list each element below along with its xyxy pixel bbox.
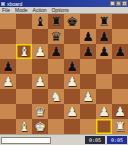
square-b3[interactable] (16, 89, 32, 104)
square-f4[interactable] (80, 74, 96, 89)
menu-action[interactable]: Action (33, 7, 47, 13)
square-g4[interactable] (96, 74, 112, 89)
square-d1[interactable] (48, 119, 64, 134)
chess-piece-wB: ♝ (18, 44, 30, 59)
square-g6[interactable]: ♟ (96, 44, 112, 59)
square-b7[interactable] (16, 29, 32, 44)
square-c5[interactable] (32, 59, 48, 74)
square-d3[interactable]: ♞ (48, 89, 64, 104)
square-h3[interactable] (112, 89, 128, 104)
square-h2[interactable]: ♟ (112, 104, 128, 119)
chess-piece-wP: ♟ (82, 89, 94, 104)
square-e5[interactable]: ♟ (64, 59, 80, 74)
title-bar: xboard _ □ × (0, 0, 128, 7)
square-a4[interactable]: ♟ (0, 74, 16, 89)
chess-piece-wP: ♟ (114, 104, 126, 119)
square-b8[interactable] (16, 14, 32, 29)
square-c6[interactable]: ♟ (32, 44, 48, 59)
white-clock: 0:05 (85, 136, 105, 144)
minimize-icon[interactable]: _ (110, 1, 115, 6)
chess-piece-bP: ♟ (98, 29, 110, 44)
chess-piece-wP: ♟ (98, 104, 110, 119)
chess-piece-wP: ♟ (2, 74, 14, 89)
square-f8[interactable] (80, 14, 96, 29)
square-a6[interactable] (0, 44, 16, 59)
square-h7[interactable] (112, 29, 128, 44)
square-d8[interactable]: ♜ (48, 14, 64, 29)
chess-piece-bP: ♟ (98, 44, 110, 59)
black-clock: 0:05 (107, 136, 127, 144)
maximize-icon[interactable]: □ (116, 1, 121, 6)
close-icon[interactable]: × (122, 1, 127, 6)
menu-file[interactable]: File (2, 7, 10, 13)
square-e3[interactable] (64, 89, 80, 104)
chess-piece-bQ: ♛ (50, 29, 62, 44)
square-a1[interactable] (0, 119, 16, 134)
square-h1[interactable]: ♜ (112, 119, 128, 134)
menu-mode[interactable]: Mode (15, 7, 28, 13)
square-e4[interactable]: ♟ (64, 74, 80, 89)
chess-piece-bP: ♟ (82, 44, 94, 59)
square-c7[interactable] (32, 29, 48, 44)
square-d6[interactable]: ♟ (48, 44, 64, 59)
square-b1[interactable]: ♝ (16, 119, 32, 134)
chess-piece-wK: ♚ (34, 119, 46, 134)
status-bar: 0:05 0:05 (0, 134, 128, 145)
square-c3[interactable] (32, 89, 48, 104)
square-f2[interactable] (80, 104, 96, 119)
square-a2[interactable] (0, 104, 16, 119)
chess-piece-wB: ♝ (18, 119, 30, 134)
square-f3[interactable]: ♟ (80, 89, 96, 104)
square-d7[interactable]: ♛ (48, 29, 64, 44)
square-e6[interactable] (64, 44, 80, 59)
square-g7[interactable]: ♟ (96, 29, 112, 44)
square-d4[interactable] (48, 74, 64, 89)
square-f5[interactable] (80, 59, 96, 74)
chess-piece-wP: ♟ (66, 74, 78, 89)
chess-piece-wP: ♟ (66, 104, 78, 119)
square-c1[interactable]: ♚ (32, 119, 48, 134)
square-c2[interactable]: ♛ (32, 104, 48, 119)
square-f6[interactable]: ♟ (80, 44, 96, 59)
square-b2[interactable] (16, 104, 32, 119)
chess-piece-wQ: ♛ (34, 104, 46, 119)
chess-piece-wR: ♜ (114, 119, 126, 134)
chess-piece-bR: ♜ (98, 14, 110, 29)
chess-piece-bB: ♝ (34, 14, 46, 29)
chess-piece-bP: ♟ (50, 44, 62, 59)
move-input[interactable] (1, 137, 51, 144)
chess-piece-bP: ♟ (114, 44, 126, 59)
square-g2[interactable]: ♟ (96, 104, 112, 119)
square-a3[interactable] (0, 89, 16, 104)
square-c4[interactable]: ♟ (32, 74, 48, 89)
square-g1[interactable] (96, 119, 112, 134)
square-f7[interactable]: ♟ (80, 29, 96, 44)
chess-piece-wP: ♟ (34, 44, 46, 59)
square-h4[interactable] (112, 74, 128, 89)
square-g5[interactable] (96, 59, 112, 74)
chess-piece-bP: ♟ (2, 59, 14, 74)
chess-piece-bP: ♟ (82, 29, 94, 44)
menu-bar: File Mode Action Options (0, 7, 128, 14)
square-f1[interactable] (80, 119, 96, 134)
window-buttons: _ □ × (110, 1, 127, 6)
chess-piece-wN: ♞ (50, 89, 62, 104)
square-d5[interactable] (48, 59, 64, 74)
chess-piece-bP: ♟ (66, 59, 78, 74)
square-e2[interactable]: ♟ (64, 104, 80, 119)
square-a7[interactable] (0, 29, 16, 44)
square-a5[interactable]: ♟ (0, 59, 16, 74)
square-b4[interactable] (16, 74, 32, 89)
square-b6[interactable]: ♝ (16, 44, 32, 59)
square-b5[interactable] (16, 59, 32, 74)
chess-piece-bK: ♚ (66, 14, 78, 29)
square-g8[interactable]: ♜ (96, 14, 112, 29)
square-h6[interactable]: ♟ (112, 44, 128, 59)
chess-piece-bR: ♜ (50, 14, 62, 29)
menu-options[interactable]: Options (51, 7, 68, 13)
chess-app-window: xboard _ □ × File Mode Action Options ♝♜… (0, 0, 128, 145)
square-e7[interactable] (64, 29, 80, 44)
square-h5[interactable] (112, 59, 128, 74)
square-e1[interactable] (64, 119, 80, 134)
app-icon (1, 2, 5, 6)
chess-board: ♝♜♚♜♛♟♟♝♟♟♟♟♟♟♟♟♟♟♞♟♛♟♟♟♝♚♜ (0, 14, 128, 134)
square-c8[interactable]: ♝ (32, 14, 48, 29)
square-e8[interactable]: ♚ (64, 14, 80, 29)
square-h8[interactable] (112, 14, 128, 29)
chess-piece-wP: ♟ (34, 74, 46, 89)
square-g3[interactable] (96, 89, 112, 104)
window-title: xboard (7, 1, 108, 7)
square-d2[interactable] (48, 104, 64, 119)
square-a8[interactable] (0, 14, 16, 29)
